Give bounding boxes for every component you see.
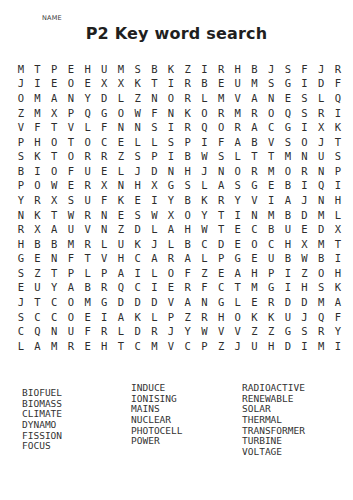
grid-cell: R bbox=[196, 309, 213, 324]
grid-cell: L bbox=[196, 91, 213, 106]
grid-cell: N bbox=[96, 207, 113, 222]
grid-cell: N bbox=[113, 178, 130, 193]
grid-cell: H bbox=[179, 164, 196, 179]
grid-cell: T bbox=[263, 149, 280, 164]
grid-cell: L bbox=[196, 251, 213, 266]
grid-cell: D bbox=[296, 207, 313, 222]
grid-cell: J bbox=[13, 76, 30, 91]
grid-cell: E bbox=[229, 236, 246, 251]
grid-cell: H bbox=[330, 266, 347, 281]
grid-cell: E bbox=[79, 76, 96, 91]
grid-cell: R bbox=[79, 236, 96, 251]
grid-cell: S bbox=[229, 178, 246, 193]
grid-cell: Y bbox=[163, 193, 180, 208]
grid-cell: C bbox=[129, 338, 146, 353]
grid-cell: U bbox=[313, 149, 330, 164]
grid-cell: T bbox=[46, 207, 63, 222]
grid-cell: X bbox=[29, 222, 46, 237]
grid-cell: M bbox=[313, 236, 330, 251]
grid-cell: O bbox=[13, 91, 30, 106]
grid-cell: U bbox=[280, 309, 297, 324]
grid-cell: W bbox=[129, 105, 146, 120]
grid-cell: R bbox=[179, 91, 196, 106]
grid-cell: I bbox=[330, 105, 347, 120]
grid-cell: N bbox=[96, 222, 113, 237]
grid-cell: A bbox=[46, 91, 63, 106]
grid-cell: B bbox=[263, 222, 280, 237]
grid-cell: Z bbox=[179, 62, 196, 77]
grid-cell: D bbox=[313, 222, 330, 237]
grid-cell: E bbox=[96, 164, 113, 179]
grid-cell: O bbox=[213, 120, 230, 135]
grid-cell: E bbox=[229, 222, 246, 237]
grid-cell: P bbox=[213, 251, 230, 266]
grid-cell: M bbox=[263, 207, 280, 222]
grid-cell: F bbox=[146, 105, 163, 120]
word-search-page: NAME P2 Key word search MTPEHUMSBKZIRHBJ… bbox=[0, 0, 353, 500]
grid-cell: A bbox=[213, 178, 230, 193]
grid-cell: U bbox=[63, 222, 80, 237]
grid-cell: G bbox=[263, 280, 280, 295]
grid-cell: H bbox=[263, 338, 280, 353]
grid-cell: S bbox=[330, 149, 347, 164]
grid-cell: V bbox=[163, 338, 180, 353]
grid-cell: E bbox=[263, 178, 280, 193]
grid-cell: R bbox=[330, 62, 347, 77]
grid-cell: P bbox=[146, 149, 163, 164]
grid-cell: B bbox=[280, 251, 297, 266]
grid-cell: Q bbox=[313, 309, 330, 324]
grid-cell: S bbox=[129, 149, 146, 164]
grid-cell: I bbox=[196, 134, 213, 149]
name-label: NAME bbox=[42, 14, 62, 22]
grid-cell: Q bbox=[313, 178, 330, 193]
grid-cell: O bbox=[63, 76, 80, 91]
grid-cell: R bbox=[79, 149, 96, 164]
grid-cell: C bbox=[29, 309, 46, 324]
grid-cell: I bbox=[29, 164, 46, 179]
grid-cell: Z bbox=[296, 266, 313, 281]
grid-cell: E bbox=[113, 207, 130, 222]
grid-cell: U bbox=[113, 236, 130, 251]
grid-cell: Z bbox=[13, 105, 30, 120]
grid-cell: M bbox=[246, 76, 263, 91]
grid-cell: B bbox=[196, 76, 213, 91]
grid-cell: M bbox=[313, 295, 330, 310]
grid-cell: G bbox=[96, 105, 113, 120]
grid-cell: E bbox=[113, 134, 130, 149]
grid-cell: A bbox=[63, 280, 80, 295]
grid-cell: X bbox=[46, 105, 63, 120]
grid-cell: S bbox=[179, 178, 196, 193]
grid-cell: I bbox=[163, 149, 180, 164]
grid-cell: I bbox=[296, 338, 313, 353]
grid-cell: I bbox=[196, 62, 213, 77]
grid-cell: Q bbox=[113, 280, 130, 295]
grid-cell: M bbox=[29, 105, 46, 120]
grid-cell: R bbox=[313, 105, 330, 120]
grid-cell: C bbox=[263, 120, 280, 135]
grid-cell: P bbox=[179, 134, 196, 149]
grid-cell: R bbox=[79, 207, 96, 222]
grid-cell: E bbox=[46, 76, 63, 91]
grid-cell: R bbox=[146, 324, 163, 339]
grid-cell: Z bbox=[129, 91, 146, 106]
grid-cell: Q bbox=[330, 91, 347, 106]
grid-cell: M bbox=[13, 62, 30, 77]
grid-cell: H bbox=[113, 251, 130, 266]
grid-cell: V bbox=[13, 120, 30, 135]
grid-cell: C bbox=[213, 280, 230, 295]
grid-cell: Z bbox=[29, 266, 46, 281]
grid-cell: N bbox=[63, 91, 80, 106]
grid-cell: E bbox=[296, 222, 313, 237]
grid-cell: A bbox=[113, 266, 130, 281]
grid-cell: A bbox=[113, 309, 130, 324]
word-item: FOCUS bbox=[22, 441, 62, 452]
grid-cell: D bbox=[129, 295, 146, 310]
grid-cell: R bbox=[229, 120, 246, 135]
grid-cell: P bbox=[96, 266, 113, 281]
grid-cell: U bbox=[29, 280, 46, 295]
grid-cell: B bbox=[280, 178, 297, 193]
grid-cell: E bbox=[79, 309, 96, 324]
grid-cell: D bbox=[296, 295, 313, 310]
grid-cell: G bbox=[280, 324, 297, 339]
grid-cell: W bbox=[146, 207, 163, 222]
grid-cell: W bbox=[46, 178, 63, 193]
grid-cell: S bbox=[280, 134, 297, 149]
grid-cell: A bbox=[29, 338, 46, 353]
grid-cell: B bbox=[146, 62, 163, 77]
grid-cell: Y bbox=[330, 324, 347, 339]
grid-cell: X bbox=[163, 207, 180, 222]
grid-cell: R bbox=[29, 193, 46, 208]
grid-cell: B bbox=[46, 236, 63, 251]
grid-cell: G bbox=[229, 251, 246, 266]
grid-cell: S bbox=[296, 105, 313, 120]
grid-cell: Z bbox=[213, 338, 230, 353]
grid-cell: B bbox=[179, 149, 196, 164]
grid-cell: S bbox=[313, 280, 330, 295]
grid-cell: L bbox=[163, 236, 180, 251]
grid-cell: E bbox=[280, 91, 297, 106]
grid-cell: S bbox=[146, 120, 163, 135]
grid-cell: R bbox=[263, 295, 280, 310]
word-list-column-3: RADIOACTIVERENEWABLESOLARTHERMALTRANSFOR… bbox=[242, 383, 305, 458]
grid-cell: Y bbox=[196, 207, 213, 222]
grid-cell: H bbox=[13, 236, 30, 251]
word-list-column-1: BIOFUELBIOMASSCLIMATEDYNAMOFISSIONFOCUS bbox=[22, 388, 62, 452]
grid-cell: W bbox=[196, 324, 213, 339]
grid-cell: J bbox=[313, 134, 330, 149]
grid-cell: A bbox=[146, 251, 163, 266]
grid-cell: T bbox=[213, 222, 230, 237]
grid-cell: G bbox=[213, 295, 230, 310]
grid-cell: V bbox=[229, 324, 246, 339]
grid-cell: H bbox=[29, 134, 46, 149]
grid-cell: S bbox=[13, 309, 30, 324]
grid-cell: F bbox=[196, 280, 213, 295]
grid-cell: T bbox=[330, 236, 347, 251]
grid-cell: O bbox=[179, 207, 196, 222]
grid-cell: L bbox=[79, 266, 96, 281]
grid-cell: M bbox=[246, 280, 263, 295]
grid-cell: F bbox=[296, 62, 313, 77]
grid-cell: K bbox=[29, 149, 46, 164]
grid-cell: W bbox=[196, 222, 213, 237]
grid-cell: T bbox=[63, 134, 80, 149]
grid-cell: I bbox=[330, 178, 347, 193]
grid-cell: I bbox=[296, 178, 313, 193]
grid-cell: B bbox=[179, 236, 196, 251]
grid-cell: I bbox=[163, 76, 180, 91]
grid-cell: F bbox=[63, 164, 80, 179]
grid-cell: Z bbox=[196, 266, 213, 281]
grid-cell: G bbox=[163, 178, 180, 193]
grid-cell: B bbox=[246, 62, 263, 77]
grid-cell: A bbox=[46, 222, 63, 237]
grid-cell: O bbox=[79, 134, 96, 149]
grid-cell: J bbox=[129, 164, 146, 179]
grid-cell: L bbox=[146, 134, 163, 149]
grid-cell: Q bbox=[29, 324, 46, 339]
grid-cell: I bbox=[330, 251, 347, 266]
grid-cell: A bbox=[179, 295, 196, 310]
grid-cell: D bbox=[129, 222, 146, 237]
grid-cell: X bbox=[313, 120, 330, 135]
grid-cell: E bbox=[13, 280, 30, 295]
grid-cell: L bbox=[330, 207, 347, 222]
grid-cell: N bbox=[213, 164, 230, 179]
grid-cell: B bbox=[179, 193, 196, 208]
grid-cell: N bbox=[163, 164, 180, 179]
grid-cell: A bbox=[229, 134, 246, 149]
grid-cell: X bbox=[296, 236, 313, 251]
grid-cell: I bbox=[229, 207, 246, 222]
grid-cell: F bbox=[79, 324, 96, 339]
grid-cell: J bbox=[163, 324, 180, 339]
grid-cell: L bbox=[96, 236, 113, 251]
grid-cell: L bbox=[113, 91, 130, 106]
grid-cell: C bbox=[46, 309, 63, 324]
grid-cell: F bbox=[96, 193, 113, 208]
grid-cell: I bbox=[280, 280, 297, 295]
grid-cell: I bbox=[280, 266, 297, 281]
grid-cell: S bbox=[13, 149, 30, 164]
grid-cell: T bbox=[146, 76, 163, 91]
grid-cell: A bbox=[229, 266, 246, 281]
grid-cell: K bbox=[263, 309, 280, 324]
grid-cell: R bbox=[63, 338, 80, 353]
grid-cell: S bbox=[129, 62, 146, 77]
letter-grid: MTPEHUMSBKZIRHBJSFJRJIEOEXXKTIRBEUMSGIDF… bbox=[13, 62, 347, 354]
grid-cell: R bbox=[179, 120, 196, 135]
grid-cell: L bbox=[313, 91, 330, 106]
grid-cell: U bbox=[63, 324, 80, 339]
grid-cell: W bbox=[63, 207, 80, 222]
grid-cell: P bbox=[13, 178, 30, 193]
grid-cell: E bbox=[129, 193, 146, 208]
grid-cell: W bbox=[296, 251, 313, 266]
grid-cell: P bbox=[163, 309, 180, 324]
grid-cell: O bbox=[296, 134, 313, 149]
grid-cell: P bbox=[196, 338, 213, 353]
grid-cell: S bbox=[13, 266, 30, 281]
grid-cell: F bbox=[330, 309, 347, 324]
grid-cell: V bbox=[79, 222, 96, 237]
word-item: VOLTAGE bbox=[242, 447, 305, 458]
grid-cell: B bbox=[79, 280, 96, 295]
grid-cell: B bbox=[29, 236, 46, 251]
grid-cell: M bbox=[263, 164, 280, 179]
grid-cell: H bbox=[79, 62, 96, 77]
grid-cell: D bbox=[146, 295, 163, 310]
grid-cell: T bbox=[229, 280, 246, 295]
grid-cell: Y bbox=[179, 324, 196, 339]
grid-cell: P bbox=[263, 266, 280, 281]
grid-cell: X bbox=[96, 178, 113, 193]
grid-cell: L bbox=[146, 309, 163, 324]
grid-cell: Z bbox=[246, 324, 263, 339]
grid-cell: R bbox=[179, 280, 196, 295]
grid-cell: N bbox=[196, 295, 213, 310]
grid-cell: I bbox=[146, 280, 163, 295]
grid-cell: C bbox=[179, 338, 196, 353]
grid-cell: O bbox=[163, 266, 180, 281]
grid-cell: I bbox=[296, 76, 313, 91]
grid-cell: I bbox=[263, 193, 280, 208]
grid-cell: B bbox=[313, 251, 330, 266]
grid-cell: M bbox=[63, 236, 80, 251]
grid-cell: G bbox=[96, 295, 113, 310]
grid-cell: U bbox=[229, 76, 246, 91]
grid-cell: S bbox=[296, 91, 313, 106]
grid-cell: R bbox=[246, 105, 263, 120]
grid-cell: Y bbox=[46, 280, 63, 295]
grid-cell: P bbox=[63, 105, 80, 120]
grid-cell: R bbox=[163, 251, 180, 266]
grid-cell: C bbox=[196, 236, 213, 251]
grid-cell: E bbox=[163, 280, 180, 295]
grid-cell: N bbox=[46, 251, 63, 266]
grid-cell: E bbox=[246, 251, 263, 266]
grid-cell: L bbox=[113, 164, 130, 179]
grid-cell: M bbox=[29, 91, 46, 106]
grid-cell: E bbox=[79, 338, 96, 353]
grid-cell: N bbox=[313, 193, 330, 208]
grid-cell: X bbox=[96, 76, 113, 91]
grid-cell: J bbox=[13, 295, 30, 310]
grid-cell: F bbox=[330, 76, 347, 91]
grid-cell: D bbox=[96, 91, 113, 106]
grid-cell: G bbox=[280, 120, 297, 135]
grid-cell: R bbox=[213, 105, 230, 120]
grid-cell: E bbox=[246, 295, 263, 310]
grid-cell: H bbox=[213, 309, 230, 324]
grid-cell: T bbox=[46, 266, 63, 281]
grid-cell: H bbox=[246, 266, 263, 281]
grid-cell: H bbox=[129, 178, 146, 193]
word-item: POWER bbox=[131, 436, 182, 447]
grid-cell: T bbox=[29, 62, 46, 77]
grid-cell: A bbox=[246, 91, 263, 106]
grid-cell: Q bbox=[196, 120, 213, 135]
grid-cell: L bbox=[229, 149, 246, 164]
grid-cell: T bbox=[330, 134, 347, 149]
grid-cell: J bbox=[263, 62, 280, 77]
grid-cell: K bbox=[129, 236, 146, 251]
grid-cell: V bbox=[96, 251, 113, 266]
grid-cell: S bbox=[63, 193, 80, 208]
grid-cell: R bbox=[79, 178, 96, 193]
grid-cell: T bbox=[113, 338, 130, 353]
grid-cell: H bbox=[229, 62, 246, 77]
grid-cell: J bbox=[196, 164, 213, 179]
grid-cell: J bbox=[296, 193, 313, 208]
grid-cell: D bbox=[129, 324, 146, 339]
grid-cell: K bbox=[113, 193, 130, 208]
grid-cell: E bbox=[213, 266, 230, 281]
grid-cell: O bbox=[280, 164, 297, 179]
grid-cell: M bbox=[146, 338, 163, 353]
grid-cell: L bbox=[79, 120, 96, 135]
grid-cell: I bbox=[296, 120, 313, 135]
grid-cell: D bbox=[280, 338, 297, 353]
grid-cell: O bbox=[29, 178, 46, 193]
grid-cell: V bbox=[229, 91, 246, 106]
grid-cell: R bbox=[296, 164, 313, 179]
grid-cell: K bbox=[246, 309, 263, 324]
grid-cell: U bbox=[263, 251, 280, 266]
grid-cell: R bbox=[213, 193, 230, 208]
grid-cell: M bbox=[79, 295, 96, 310]
grid-cell: R bbox=[213, 62, 230, 77]
grid-cell: L bbox=[13, 338, 30, 353]
grid-cell: S bbox=[129, 207, 146, 222]
grid-cell: O bbox=[263, 105, 280, 120]
grid-cell: K bbox=[330, 280, 347, 295]
grid-cell: U bbox=[79, 193, 96, 208]
grid-cell: Y bbox=[79, 91, 96, 106]
grid-cell: O bbox=[63, 309, 80, 324]
grid-cell: R bbox=[96, 149, 113, 164]
grid-cell: S bbox=[213, 149, 230, 164]
grid-cell: K bbox=[330, 120, 347, 135]
grid-cell: N bbox=[13, 207, 30, 222]
grid-cell: J bbox=[229, 338, 246, 353]
grid-cell: T bbox=[213, 207, 230, 222]
page-title: P2 Key word search bbox=[0, 24, 353, 43]
grid-cell: H bbox=[296, 280, 313, 295]
grid-cell: B bbox=[13, 164, 30, 179]
grid-cell: Z bbox=[179, 309, 196, 324]
grid-cell: I bbox=[96, 309, 113, 324]
grid-cell: M bbox=[280, 149, 297, 164]
grid-cell: I bbox=[146, 193, 163, 208]
grid-cell: Z bbox=[113, 222, 130, 237]
grid-cell: G bbox=[246, 178, 263, 193]
grid-cell: Y bbox=[13, 193, 30, 208]
grid-cell: F bbox=[29, 120, 46, 135]
grid-cell: R bbox=[13, 222, 30, 237]
grid-cell: S bbox=[296, 324, 313, 339]
grid-cell: N bbox=[263, 91, 280, 106]
grid-cell: M bbox=[113, 62, 130, 77]
grid-cell: E bbox=[63, 178, 80, 193]
grid-cell: C bbox=[129, 280, 146, 295]
grid-cell: Q bbox=[79, 105, 96, 120]
